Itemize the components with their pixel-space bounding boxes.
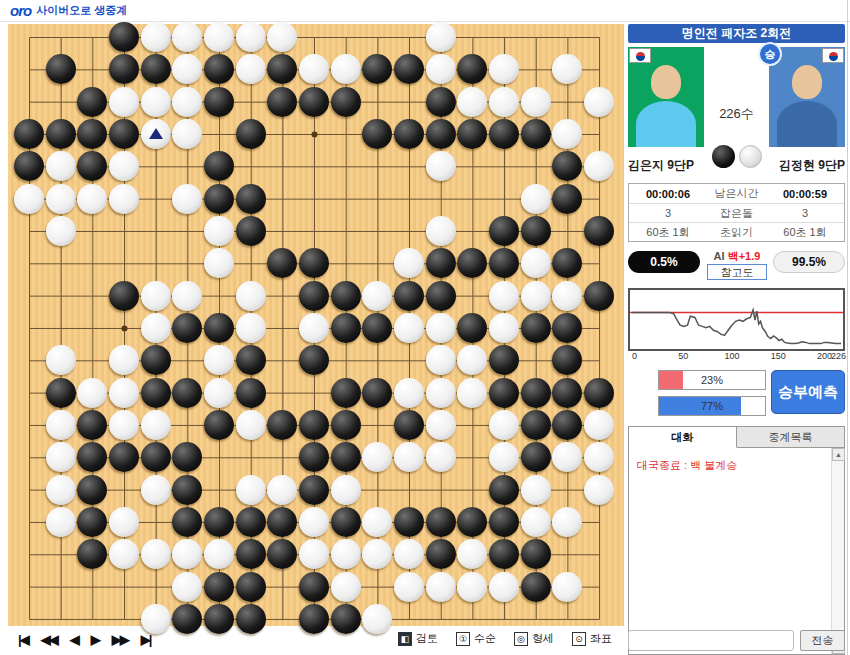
intersection-8-6[interactable] [235,182,267,214]
intersection-2-10[interactable] [45,312,77,344]
intersection-16-5[interactable] [488,150,520,182]
intersection-17-7[interactable] [520,215,552,247]
intersection-19-2[interactable] [583,53,615,85]
intersection-19-3[interactable] [583,85,615,117]
intersection-18-15[interactable] [551,473,583,505]
intersection-1-5[interactable] [13,150,45,182]
prediction-button[interactable]: 승부예측 [771,370,845,414]
intersection-10-6[interactable] [298,182,330,214]
territory-button[interactable]: ◎ 형세 [514,631,554,646]
intersection-1-12[interactable] [13,376,45,408]
intersection-1-9[interactable] [13,279,45,311]
intersection-18-16[interactable] [551,506,583,538]
intersection-5-10[interactable] [140,312,172,344]
intersection-6-11[interactable] [172,344,204,376]
intersection-11-18[interactable] [330,570,362,602]
intersection-15-6[interactable] [456,182,488,214]
intersection-15-3[interactable] [456,85,488,117]
intersection-10-2[interactable] [298,53,330,85]
intersection-8-8[interactable] [235,247,267,279]
intersection-18-10[interactable] [551,312,583,344]
intersection-15-18[interactable] [456,570,488,602]
intersection-8-1[interactable] [235,21,267,53]
intersection-4-9[interactable] [108,279,140,311]
intersection-14-17[interactable] [425,538,457,570]
intersection-6-15[interactable] [172,473,204,505]
intersection-16-4[interactable] [488,118,520,150]
intersection-12-4[interactable] [362,118,394,150]
intersection-9-6[interactable] [267,182,299,214]
intersection-6-1[interactable] [172,21,204,53]
intersection-11-6[interactable] [330,182,362,214]
intersection-18-3[interactable] [551,85,583,117]
intersection-10-11[interactable] [298,344,330,376]
intersection-2-8[interactable] [45,247,77,279]
intersection-4-2[interactable] [108,53,140,85]
intersection-15-10[interactable] [456,312,488,344]
intersection-4-7[interactable] [108,215,140,247]
intersection-11-3[interactable] [330,85,362,117]
intersection-13-11[interactable] [393,344,425,376]
intersection-16-14[interactable] [488,441,520,473]
intersection-7-10[interactable] [203,312,235,344]
intersection-11-15[interactable] [330,473,362,505]
intersection-16-8[interactable] [488,247,520,279]
intersection-11-19[interactable] [330,603,362,635]
intersection-19-5[interactable] [583,150,615,182]
intersection-18-11[interactable] [551,344,583,376]
intersection-8-10[interactable] [235,312,267,344]
intersection-4-4[interactable] [108,118,140,150]
intersection-7-18[interactable] [203,570,235,602]
board-grid[interactable] [13,21,614,635]
intersection-8-2[interactable] [235,53,267,85]
intersection-17-15[interactable] [520,473,552,505]
intersection-6-6[interactable] [172,182,204,214]
intersection-17-2[interactable] [520,53,552,85]
intersection-18-6[interactable] [551,182,583,214]
intersection-18-9[interactable] [551,279,583,311]
intersection-9-13[interactable] [267,409,299,441]
intersection-18-18[interactable] [551,570,583,602]
intersection-17-18[interactable] [520,570,552,602]
intersection-16-7[interactable] [488,215,520,247]
intersection-10-10[interactable] [298,312,330,344]
intersection-12-13[interactable] [362,409,394,441]
intersection-17-5[interactable] [520,150,552,182]
intersection-6-3[interactable] [172,85,204,117]
reference-diagram-button[interactable]: 참고도 [707,264,767,280]
intersection-19-14[interactable] [583,441,615,473]
intersection-4-13[interactable] [108,409,140,441]
intersection-4-10[interactable] [108,312,140,344]
intersection-5-16[interactable] [140,506,172,538]
intersection-1-2[interactable] [13,53,45,85]
intersection-2-17[interactable] [45,538,77,570]
intersection-10-13[interactable] [298,409,330,441]
intersection-10-17[interactable] [298,538,330,570]
intersection-16-17[interactable] [488,538,520,570]
intersection-10-1[interactable] [298,21,330,53]
intersection-5-17[interactable] [140,538,172,570]
intersection-10-18[interactable] [298,570,330,602]
intersection-8-5[interactable] [235,150,267,182]
intersection-7-15[interactable] [203,473,235,505]
intersection-10-5[interactable] [298,150,330,182]
intersection-5-8[interactable] [140,247,172,279]
intersection-16-18[interactable] [488,570,520,602]
intersection-2-13[interactable] [45,409,77,441]
intersection-14-12[interactable] [425,376,457,408]
intersection-15-16[interactable] [456,506,488,538]
intersection-15-11[interactable] [456,344,488,376]
intersection-10-7[interactable] [298,215,330,247]
step-forward-button[interactable]: ▶ [91,632,99,647]
intersection-16-1[interactable] [488,21,520,53]
intersection-9-9[interactable] [267,279,299,311]
intersection-8-16[interactable] [235,506,267,538]
intersection-10-4[interactable] [298,118,330,150]
intersection-17-11[interactable] [520,344,552,376]
intersection-7-19[interactable] [203,603,235,635]
intersection-15-1[interactable] [456,21,488,53]
intersection-3-2[interactable] [77,53,109,85]
intersection-14-6[interactable] [425,182,457,214]
intersection-16-11[interactable] [488,344,520,376]
intersection-15-9[interactable] [456,279,488,311]
intersection-7-6[interactable] [203,182,235,214]
coordinates-button[interactable]: ⊙ 좌표 [572,631,612,646]
intersection-6-18[interactable] [172,570,204,602]
intersection-15-4[interactable] [456,118,488,150]
intersection-1-6[interactable] [13,182,45,214]
intersection-17-1[interactable] [520,21,552,53]
fast-forward-button[interactable]: ▶▶ [112,632,128,647]
intersection-19-17[interactable] [583,538,615,570]
intersection-4-6[interactable] [108,182,140,214]
intersection-4-17[interactable] [108,538,140,570]
intersection-3-14[interactable] [77,441,109,473]
intersection-18-1[interactable] [551,21,583,53]
intersection-19-11[interactable] [583,344,615,376]
intersection-10-19[interactable] [298,603,330,635]
go-board[interactable] [8,24,624,626]
scroll-up-icon[interactable]: ▲ [832,448,845,461]
intersection-3-16[interactable] [77,506,109,538]
intersection-3-7[interactable] [77,215,109,247]
intersection-12-18[interactable] [362,570,394,602]
intersection-2-1[interactable] [45,21,77,53]
intersection-11-7[interactable] [330,215,362,247]
intersection-12-2[interactable] [362,53,394,85]
intersection-14-1[interactable] [425,21,457,53]
intersection-6-17[interactable] [172,538,204,570]
intersection-18-2[interactable] [551,53,583,85]
intersection-17-13[interactable] [520,409,552,441]
intersection-17-3[interactable] [520,85,552,117]
intersection-9-5[interactable] [267,150,299,182]
send-button[interactable]: 전송 [800,630,845,651]
intersection-3-19[interactable] [77,603,109,635]
intersection-13-5[interactable] [393,150,425,182]
intersection-5-11[interactable] [140,344,172,376]
intersection-9-2[interactable] [267,53,299,85]
step-back-button[interactable]: ◀ [70,632,78,647]
intersection-5-5[interactable] [140,150,172,182]
intersection-6-19[interactable] [172,603,204,635]
intersection-2-18[interactable] [45,570,77,602]
intersection-4-8[interactable] [108,247,140,279]
intersection-19-10[interactable] [583,312,615,344]
intersection-19-6[interactable] [583,182,615,214]
intersection-17-12[interactable] [520,376,552,408]
go-start-button[interactable]: |◀ [18,632,28,647]
intersection-4-1[interactable] [108,21,140,53]
intersection-10-12[interactable] [298,376,330,408]
intersection-1-15[interactable] [13,473,45,505]
intersection-6-7[interactable] [172,215,204,247]
intersection-1-7[interactable] [13,215,45,247]
intersection-2-15[interactable] [45,473,77,505]
intersection-4-15[interactable] [108,473,140,505]
intersection-14-15[interactable] [425,473,457,505]
intersection-13-6[interactable] [393,182,425,214]
intersection-14-7[interactable] [425,215,457,247]
review-button[interactable]: ◧ 검토 [398,631,438,646]
intersection-8-19[interactable] [235,603,267,635]
intersection-1-13[interactable] [13,409,45,441]
intersection-8-11[interactable] [235,344,267,376]
intersection-6-9[interactable] [172,279,204,311]
intersection-5-1[interactable] [140,21,172,53]
intersection-12-19[interactable] [362,603,394,635]
intersection-16-13[interactable] [488,409,520,441]
intersection-3-3[interactable] [77,85,109,117]
intersection-15-14[interactable] [456,441,488,473]
intersection-2-19[interactable] [45,603,77,635]
intersection-9-10[interactable] [267,312,299,344]
intersection-6-12[interactable] [172,376,204,408]
intersection-13-13[interactable] [393,409,425,441]
intersection-16-6[interactable] [488,182,520,214]
intersection-10-15[interactable] [298,473,330,505]
intersection-7-8[interactable] [203,247,235,279]
intersection-13-3[interactable] [393,85,425,117]
intersection-19-18[interactable] [583,570,615,602]
intersection-11-14[interactable] [330,441,362,473]
intersection-8-18[interactable] [235,570,267,602]
intersection-17-4[interactable] [520,118,552,150]
intersection-14-13[interactable] [425,409,457,441]
intersection-8-14[interactable] [235,441,267,473]
intersection-10-14[interactable] [298,441,330,473]
intersection-5-2[interactable] [140,53,172,85]
intersection-18-17[interactable] [551,538,583,570]
intersection-16-9[interactable] [488,279,520,311]
intersection-11-2[interactable] [330,53,362,85]
intersection-13-17[interactable] [393,538,425,570]
intersection-13-18[interactable] [393,570,425,602]
intersection-15-17[interactable] [456,538,488,570]
intersection-8-3[interactable] [235,85,267,117]
intersection-6-5[interactable] [172,150,204,182]
intersection-1-4[interactable] [13,118,45,150]
intersection-3-8[interactable] [77,247,109,279]
intersection-3-12[interactable] [77,376,109,408]
intersection-8-9[interactable] [235,279,267,311]
intersection-2-3[interactable] [45,85,77,117]
intersection-12-12[interactable] [362,376,394,408]
intersection-10-8[interactable] [298,247,330,279]
intersection-9-19[interactable] [267,603,299,635]
intersection-5-6[interactable] [140,182,172,214]
intersection-3-1[interactable] [77,21,109,53]
intersection-12-10[interactable] [362,312,394,344]
intersection-1-17[interactable] [13,538,45,570]
intersection-12-8[interactable] [362,247,394,279]
intersection-10-16[interactable] [298,506,330,538]
intersection-1-18[interactable] [13,570,45,602]
intersection-3-15[interactable] [77,473,109,505]
intersection-2-11[interactable] [45,344,77,376]
intersection-1-14[interactable] [13,441,45,473]
intersection-7-1[interactable] [203,21,235,53]
intersection-6-2[interactable] [172,53,204,85]
intersection-2-2[interactable] [45,53,77,85]
intersection-5-7[interactable] [140,215,172,247]
intersection-4-16[interactable] [108,506,140,538]
intersection-15-8[interactable] [456,247,488,279]
intersection-5-15[interactable] [140,473,172,505]
intersection-9-11[interactable] [267,344,299,376]
intersection-1-1[interactable] [13,21,45,53]
intersection-18-8[interactable] [551,247,583,279]
intersection-17-6[interactable] [520,182,552,214]
intersection-5-14[interactable] [140,441,172,473]
intersection-7-9[interactable] [203,279,235,311]
intersection-11-5[interactable] [330,150,362,182]
intersection-2-16[interactable] [45,506,77,538]
intersection-3-18[interactable] [77,570,109,602]
intersection-8-7[interactable] [235,215,267,247]
intersection-7-2[interactable] [203,53,235,85]
intersection-6-14[interactable] [172,441,204,473]
intersection-17-8[interactable] [520,247,552,279]
intersection-15-7[interactable] [456,215,488,247]
intersection-13-2[interactable] [393,53,425,85]
fast-rewind-button[interactable]: ◀◀ [41,632,57,647]
intersection-4-18[interactable] [108,570,140,602]
intersection-13-12[interactable] [393,376,425,408]
intersection-7-13[interactable] [203,409,235,441]
tab-broadcast-list[interactable]: 중계목록 [737,427,844,448]
intersection-8-17[interactable] [235,538,267,570]
tab-chat[interactable]: 대화 [629,427,737,448]
intersection-9-14[interactable] [267,441,299,473]
intersection-13-9[interactable] [393,279,425,311]
intersection-17-10[interactable] [520,312,552,344]
intersection-12-14[interactable] [362,441,394,473]
intersection-3-17[interactable] [77,538,109,570]
intersection-6-13[interactable] [172,409,204,441]
chat-scrollbar[interactable]: ▲ ▼ [831,448,844,654]
intersection-15-2[interactable] [456,53,488,85]
intersection-17-14[interactable] [520,441,552,473]
intersection-11-9[interactable] [330,279,362,311]
intersection-17-9[interactable] [520,279,552,311]
intersection-2-7[interactable] [45,215,77,247]
intersection-12-6[interactable] [362,182,394,214]
intersection-13-14[interactable] [393,441,425,473]
intersection-14-11[interactable] [425,344,457,376]
intersection-13-8[interactable] [393,247,425,279]
intersection-3-10[interactable] [77,312,109,344]
intersection-18-14[interactable] [551,441,583,473]
intersection-7-11[interactable] [203,344,235,376]
intersection-8-4[interactable] [235,118,267,150]
intersection-7-12[interactable] [203,376,235,408]
intersection-17-16[interactable] [520,506,552,538]
intersection-18-7[interactable] [551,215,583,247]
intersection-2-4[interactable] [45,118,77,150]
intersection-12-11[interactable] [362,344,394,376]
intersection-4-14[interactable] [108,441,140,473]
intersection-2-5[interactable] [45,150,77,182]
intersection-7-4[interactable] [203,118,235,150]
intersection-4-3[interactable] [108,85,140,117]
intersection-14-16[interactable] [425,506,457,538]
intersection-19-16[interactable] [583,506,615,538]
intersection-14-9[interactable] [425,279,457,311]
intersection-19-13[interactable] [583,409,615,441]
intersection-15-15[interactable] [456,473,488,505]
intersection-12-5[interactable] [362,150,394,182]
intersection-2-12[interactable] [45,376,77,408]
intersection-1-16[interactable] [13,506,45,538]
intersection-8-15[interactable] [235,473,267,505]
intersection-5-19[interactable] [140,603,172,635]
intersection-13-4[interactable] [393,118,425,150]
intersection-14-8[interactable] [425,247,457,279]
intersection-19-7[interactable] [583,215,615,247]
intersection-18-13[interactable] [551,409,583,441]
intersection-11-1[interactable] [330,21,362,53]
intersection-1-19[interactable] [13,603,45,635]
intersection-9-4[interactable] [267,118,299,150]
intersection-11-16[interactable] [330,506,362,538]
intersection-19-1[interactable] [583,21,615,53]
intersection-17-17[interactable] [520,538,552,570]
intersection-12-16[interactable] [362,506,394,538]
intersection-14-3[interactable] [425,85,457,117]
intersection-13-10[interactable] [393,312,425,344]
intersection-5-3[interactable] [140,85,172,117]
intersection-12-17[interactable] [362,538,394,570]
intersection-4-5[interactable] [108,150,140,182]
intersection-4-19[interactable] [108,603,140,635]
intersection-19-12[interactable] [583,376,615,408]
intersection-5-12[interactable] [140,376,172,408]
intersection-3-4[interactable] [77,118,109,150]
intersection-13-15[interactable] [393,473,425,505]
intersection-16-15[interactable] [488,473,520,505]
intersection-16-16[interactable] [488,506,520,538]
intersection-19-4[interactable] [583,118,615,150]
intersection-11-8[interactable] [330,247,362,279]
intersection-19-9[interactable] [583,279,615,311]
intersection-3-13[interactable] [77,409,109,441]
intersection-1-3[interactable] [13,85,45,117]
